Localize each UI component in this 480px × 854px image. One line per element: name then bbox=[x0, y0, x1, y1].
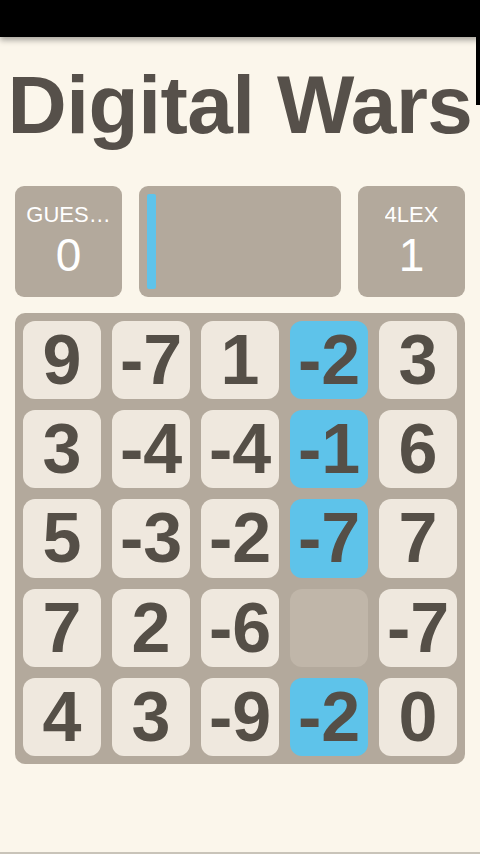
grid-cell-r4c4[interactable]: 0 bbox=[379, 678, 457, 756]
app-title: Digital Wars bbox=[0, 37, 480, 173]
grid-cell-r3c2[interactable]: -6 bbox=[201, 589, 279, 667]
grid-cell-r3c1[interactable]: 2 bbox=[112, 589, 190, 667]
grid-cell-r2c0[interactable]: 5 bbox=[23, 499, 101, 577]
grid-cell-r2c2[interactable]: -2 bbox=[201, 499, 279, 577]
grid-cell-r0c3[interactable]: -2 bbox=[290, 321, 368, 399]
guess-input[interactable] bbox=[139, 186, 341, 297]
grid-cell-r3c4[interactable]: -7 bbox=[379, 589, 457, 667]
grid-cell-r2c3[interactable]: -7 bbox=[290, 499, 368, 577]
grid-cell-r4c1[interactable]: 3 bbox=[112, 678, 190, 756]
grid-cell-r0c2[interactable]: 1 bbox=[201, 321, 279, 399]
grid-cell-r2c1[interactable]: -3 bbox=[112, 499, 190, 577]
grid-cell-r0c0[interactable]: 9 bbox=[23, 321, 101, 399]
grid-cell-r3c0[interactable]: 7 bbox=[23, 589, 101, 667]
grid-cell-r1c1[interactable]: -4 bbox=[112, 410, 190, 488]
grid-cell-r1c2[interactable]: -4 bbox=[201, 410, 279, 488]
game-board: 9 -7 1 -2 3 3 -4 -4 -1 6 5 -3 -2 -7 7 7 … bbox=[15, 313, 465, 764]
grid-cell-r0c1[interactable]: -7 bbox=[112, 321, 190, 399]
grid-cell-r1c3[interactable]: -1 bbox=[290, 410, 368, 488]
grid-cell-r0c4[interactable]: 3 bbox=[379, 321, 457, 399]
player-panel: 4LEX 1 bbox=[358, 186, 465, 297]
grid-cell-r4c0[interactable]: 4 bbox=[23, 678, 101, 756]
grid-cell-r3c3-empty bbox=[290, 589, 368, 667]
grid-cell-r1c4[interactable]: 6 bbox=[379, 410, 457, 488]
hud-row: GUES… 0 4LEX 1 bbox=[15, 186, 465, 297]
grid-cell-r4c3[interactable]: -2 bbox=[290, 678, 368, 756]
grid-cell-r1c0[interactable]: 3 bbox=[23, 410, 101, 488]
player-label: 4LEX bbox=[385, 202, 439, 228]
text-caret bbox=[147, 194, 156, 289]
status-bar bbox=[0, 0, 480, 37]
guesses-panel: GUES… 0 bbox=[15, 186, 122, 297]
scrollbar-thumb bbox=[476, 0, 480, 105]
guesses-label: GUES… bbox=[26, 202, 110, 228]
grid-cell-r4c2[interactable]: -9 bbox=[201, 678, 279, 756]
guesses-value: 0 bbox=[56, 228, 82, 282]
player-value: 1 bbox=[399, 228, 425, 282]
grid-cell-r2c4[interactable]: 7 bbox=[379, 499, 457, 577]
